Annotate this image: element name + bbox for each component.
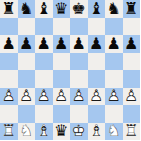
square-g2[interactable] bbox=[105, 105, 123, 123]
black-bishop-icon: ♝ bbox=[35, 0, 53, 18]
black-pawn-icon: ♟ bbox=[70, 35, 88, 53]
piece-black-pawn[interactable]: ♟ bbox=[18, 35, 36, 53]
square-g7[interactable] bbox=[105, 18, 123, 36]
white-pawn-outline-icon: ♙ bbox=[53, 88, 71, 106]
white-pawn-icon: ♟ bbox=[0, 88, 18, 106]
white-rook-outline-icon: ♖ bbox=[123, 123, 141, 141]
white-pawn-outline-icon: ♙ bbox=[88, 88, 106, 106]
square-e5[interactable] bbox=[70, 53, 88, 71]
black-pawn-icon: ♟ bbox=[0, 35, 18, 53]
square-d3[interactable]: ♟♙ bbox=[53, 88, 71, 106]
piece-black-pawn[interactable]: ♟ bbox=[70, 35, 88, 53]
piece-black-queen[interactable]: ♛ bbox=[53, 0, 71, 18]
square-a4[interactable] bbox=[0, 70, 18, 88]
piece-black-queen[interactable]: ♛ bbox=[53, 123, 71, 141]
black-pawn-icon: ♟ bbox=[88, 35, 106, 53]
square-c2[interactable] bbox=[35, 105, 53, 123]
square-h7[interactable] bbox=[123, 18, 141, 36]
white-pawn-outline-icon: ♙ bbox=[105, 88, 123, 106]
white-pawn-icon: ♟ bbox=[18, 88, 36, 106]
white-pawn-icon: ♟ bbox=[35, 88, 53, 106]
piece-black-king[interactable]: ♚ bbox=[70, 0, 88, 18]
square-f4[interactable] bbox=[88, 70, 106, 88]
white-bishop-icon: ♝ bbox=[35, 123, 53, 141]
black-bishop-icon: ♝ bbox=[88, 0, 106, 18]
piece-black-pawn[interactable]: ♟ bbox=[53, 35, 71, 53]
white-knight-icon: ♞ bbox=[105, 123, 123, 141]
piece-white-pawn[interactable]: ♟♙ bbox=[18, 88, 36, 106]
piece-black-pawn[interactable]: ♟ bbox=[88, 35, 106, 53]
square-e4[interactable] bbox=[70, 70, 88, 88]
square-b5[interactable] bbox=[18, 53, 36, 71]
white-pawn-outline-icon: ♙ bbox=[123, 88, 141, 106]
white-king-icon: ♚ bbox=[70, 123, 88, 141]
black-queen-icon: ♛ bbox=[53, 123, 71, 141]
square-a5[interactable] bbox=[0, 53, 18, 71]
black-queen-icon: ♛ bbox=[53, 0, 71, 18]
square-d6[interactable]: ♟ bbox=[53, 35, 71, 53]
square-f3[interactable]: ♟♙ bbox=[88, 88, 106, 106]
white-rook-outline-icon: ♖ bbox=[0, 123, 18, 141]
square-b8[interactable]: ♞ bbox=[18, 0, 36, 18]
square-b4[interactable] bbox=[18, 70, 36, 88]
square-f5[interactable] bbox=[88, 53, 106, 71]
square-d1[interactable]: ♛ bbox=[53, 123, 71, 141]
white-knight-outline-icon: ♘ bbox=[18, 123, 36, 141]
piece-white-pawn[interactable]: ♟♙ bbox=[35, 88, 53, 106]
square-h6[interactable]: ♟ bbox=[123, 35, 141, 53]
square-c8[interactable]: ♝ bbox=[35, 0, 53, 18]
piece-white-bishop[interactable]: ♝♗ bbox=[88, 123, 106, 141]
white-bishop-outline-icon: ♗ bbox=[88, 123, 106, 141]
piece-white-pawn[interactable]: ♟♙ bbox=[70, 88, 88, 106]
square-h1[interactable]: ♜♖ bbox=[123, 123, 141, 141]
square-c1[interactable]: ♝♗ bbox=[35, 123, 53, 141]
black-knight-icon: ♞ bbox=[18, 0, 36, 18]
piece-black-bishop[interactable]: ♝ bbox=[35, 0, 53, 18]
square-e7[interactable] bbox=[70, 18, 88, 36]
piece-white-pawn[interactable]: ♟♙ bbox=[123, 88, 141, 106]
black-king-icon: ♚ bbox=[70, 0, 88, 18]
piece-black-rook[interactable]: ♜ bbox=[123, 0, 141, 18]
black-pawn-icon: ♟ bbox=[53, 35, 71, 53]
piece-white-pawn[interactable]: ♟♙ bbox=[0, 88, 18, 106]
black-pawn-icon: ♟ bbox=[18, 35, 36, 53]
square-b1[interactable]: ♞♘ bbox=[18, 123, 36, 141]
square-c3[interactable]: ♟♙ bbox=[35, 88, 53, 106]
square-d5[interactable] bbox=[53, 53, 71, 71]
square-f8[interactable]: ♝ bbox=[88, 0, 106, 18]
square-d7[interactable] bbox=[53, 18, 71, 36]
square-g1[interactable]: ♞♘ bbox=[105, 123, 123, 141]
white-pawn-outline-icon: ♙ bbox=[0, 88, 18, 106]
black-knight-icon: ♞ bbox=[105, 0, 123, 18]
square-d2[interactable] bbox=[53, 105, 71, 123]
square-e3[interactable]: ♟♙ bbox=[70, 88, 88, 106]
piece-white-king[interactable]: ♚♔ bbox=[70, 123, 88, 141]
square-d4[interactable] bbox=[53, 70, 71, 88]
square-b7[interactable] bbox=[18, 18, 36, 36]
square-g8[interactable]: ♞ bbox=[105, 0, 123, 18]
black-rook-icon: ♜ bbox=[123, 0, 141, 18]
piece-black-pawn[interactable]: ♟ bbox=[0, 35, 18, 53]
white-pawn-outline-icon: ♙ bbox=[70, 88, 88, 106]
square-h2[interactable] bbox=[123, 105, 141, 123]
white-pawn-outline-icon: ♙ bbox=[35, 88, 53, 106]
square-a1[interactable]: ♜♖ bbox=[0, 123, 18, 141]
white-bishop-outline-icon: ♗ bbox=[35, 123, 53, 141]
piece-white-pawn[interactable]: ♟♙ bbox=[53, 88, 71, 106]
square-b2[interactable] bbox=[18, 105, 36, 123]
white-pawn-icon: ♟ bbox=[88, 88, 106, 106]
black-pawn-icon: ♟ bbox=[105, 35, 123, 53]
square-f2[interactable] bbox=[88, 105, 106, 123]
piece-white-bishop[interactable]: ♝♗ bbox=[35, 123, 53, 141]
piece-white-knight[interactable]: ♞♘ bbox=[105, 123, 123, 141]
square-c7[interactable] bbox=[35, 18, 53, 36]
square-g4[interactable] bbox=[105, 70, 123, 88]
square-b6[interactable]: ♟ bbox=[18, 35, 36, 53]
white-knight-icon: ♞ bbox=[18, 123, 36, 141]
piece-white-pawn[interactable]: ♟♙ bbox=[105, 88, 123, 106]
square-a7[interactable] bbox=[0, 18, 18, 36]
white-pawn-icon: ♟ bbox=[123, 88, 141, 106]
white-king-outline-icon: ♔ bbox=[70, 123, 88, 141]
square-e8[interactable]: ♚ bbox=[70, 0, 88, 18]
square-c6[interactable]: ♟ bbox=[35, 35, 53, 53]
piece-black-rook[interactable]: ♜ bbox=[0, 0, 18, 18]
square-d8[interactable]: ♛ bbox=[53, 0, 71, 18]
piece-white-rook[interactable]: ♜♖ bbox=[123, 123, 141, 141]
white-pawn-icon: ♟ bbox=[70, 88, 88, 106]
square-g6[interactable]: ♟ bbox=[105, 35, 123, 53]
piece-black-knight[interactable]: ♞ bbox=[105, 0, 123, 18]
black-pawn-icon: ♟ bbox=[35, 35, 53, 53]
piece-black-knight[interactable]: ♞ bbox=[18, 0, 36, 18]
square-h3[interactable]: ♟♙ bbox=[123, 88, 141, 106]
piece-white-rook[interactable]: ♜♖ bbox=[0, 123, 18, 141]
piece-white-pawn[interactable]: ♟♙ bbox=[88, 88, 106, 106]
white-rook-icon: ♜ bbox=[123, 123, 141, 141]
square-g3[interactable]: ♟♙ bbox=[105, 88, 123, 106]
square-e6[interactable]: ♟ bbox=[70, 35, 88, 53]
square-f7[interactable] bbox=[88, 18, 106, 36]
piece-black-bishop[interactable]: ♝ bbox=[88, 0, 106, 18]
square-h5[interactable] bbox=[123, 53, 141, 71]
square-b3[interactable]: ♟♙ bbox=[18, 88, 36, 106]
square-e1[interactable]: ♚♔ bbox=[70, 123, 88, 141]
white-rook-icon: ♜ bbox=[0, 123, 18, 141]
white-bishop-icon: ♝ bbox=[88, 123, 106, 141]
white-knight-outline-icon: ♘ bbox=[105, 123, 123, 141]
square-e2[interactable] bbox=[70, 105, 88, 123]
square-f6[interactable]: ♟ bbox=[88, 35, 106, 53]
square-a8[interactable]: ♜ bbox=[0, 0, 18, 18]
black-rook-icon: ♜ bbox=[0, 0, 18, 18]
piece-white-knight[interactable]: ♞♘ bbox=[18, 123, 36, 141]
piece-black-pawn[interactable]: ♟ bbox=[35, 35, 53, 53]
square-g5[interactable] bbox=[105, 53, 123, 71]
white-pawn-icon: ♟ bbox=[53, 88, 71, 106]
square-c5[interactable] bbox=[35, 53, 53, 71]
white-pawn-outline-icon: ♙ bbox=[18, 88, 36, 106]
black-pawn-icon: ♟ bbox=[123, 35, 141, 53]
piece-black-pawn[interactable]: ♟ bbox=[105, 35, 123, 53]
white-pawn-icon: ♟ bbox=[105, 88, 123, 106]
chess-board: ♜♞♝♛♚♝♞♜♟♟♟♟♟♟♟♟♟♙♟♙♟♙♟♙♟♙♟♙♟♙♟♙♜♖♞♘♝♗♛♚… bbox=[0, 0, 140, 140]
square-a2[interactable] bbox=[0, 105, 18, 123]
square-a6[interactable]: ♟ bbox=[0, 35, 18, 53]
square-c4[interactable] bbox=[35, 70, 53, 88]
square-h8[interactable]: ♜ bbox=[123, 0, 141, 18]
square-a3[interactable]: ♟♙ bbox=[0, 88, 18, 106]
square-f1[interactable]: ♝♗ bbox=[88, 123, 106, 141]
square-h4[interactable] bbox=[123, 70, 141, 88]
piece-black-pawn[interactable]: ♟ bbox=[123, 35, 141, 53]
